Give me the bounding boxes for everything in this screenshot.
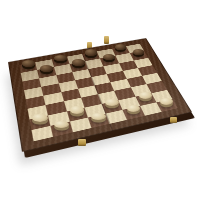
light-piece-r7c3 [70,106,84,113]
dark-piece-r2c4 [72,59,85,66]
board-top-wrap [0,0,160,160]
side-clasp [170,117,177,123]
light-piece-r7c1 [32,114,47,122]
checkers-set-photo [0,0,200,200]
light-piece-r7c7 [139,92,152,99]
playing-squares [19,44,178,142]
light-piece-r7c5 [105,99,119,106]
dark-piece-r1c3 [54,55,67,62]
dark-piece-r1c5 [85,49,97,55]
light-piece-r8c4 [91,113,105,120]
checkers-board[interactable] [8,38,192,152]
dark-piece-r1c1 [22,60,35,67]
dark-piece-r2c2 [40,65,53,72]
square-r8c1 [31,126,53,142]
light-piece-r8c8 [160,98,173,105]
